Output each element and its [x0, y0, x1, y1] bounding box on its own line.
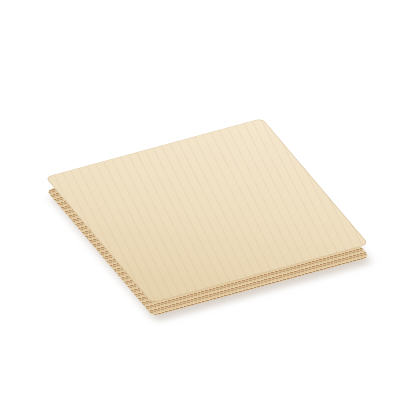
product-photo-stage: [0, 0, 416, 416]
pieces-layer: [0, 0, 416, 416]
